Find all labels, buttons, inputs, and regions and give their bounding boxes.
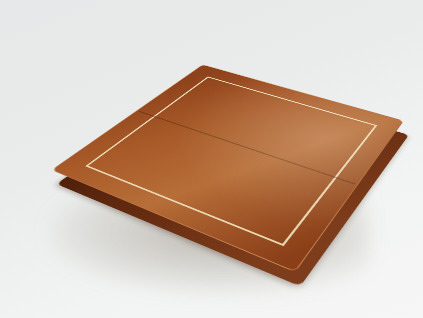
chess-photo-scene <box>0 0 423 318</box>
board-grid <box>88 78 375 244</box>
board-wrap <box>110 16 366 272</box>
